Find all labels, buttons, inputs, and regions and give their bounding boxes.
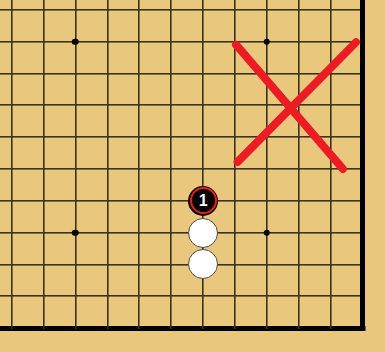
- star-point: [264, 38, 271, 45]
- board-point[interactable]: [91, 121, 123, 153]
- board-point[interactable]: [219, 153, 251, 185]
- star-point: [72, 229, 79, 236]
- board-point[interactable]: [315, 185, 347, 217]
- board-point[interactable]: [219, 280, 251, 312]
- board-point[interactable]: [283, 312, 315, 344]
- board-point[interactable]: [283, 57, 315, 89]
- board-point[interactable]: [28, 153, 60, 185]
- board-point[interactable]: [347, 89, 379, 121]
- board-point[interactable]: [0, 312, 28, 344]
- board-point[interactable]: [60, 57, 92, 89]
- board-point[interactable]: [28, 89, 60, 121]
- board-point[interactable]: [315, 217, 347, 249]
- board-point[interactable]: [28, 57, 60, 89]
- board-point[interactable]: [91, 89, 123, 121]
- board-point[interactable]: [60, 312, 92, 344]
- board-point[interactable]: [315, 280, 347, 312]
- board-point[interactable]: [60, 89, 92, 121]
- board-point[interactable]: [219, 185, 251, 217]
- board-point[interactable]: [28, 26, 60, 58]
- board-point[interactable]: [347, 0, 379, 26]
- board-point[interactable]: [0, 89, 28, 121]
- board-point[interactable]: [123, 121, 155, 153]
- star-point: [264, 229, 271, 236]
- board-point[interactable]: [251, 248, 283, 280]
- go-diagram: 1: [0, 0, 385, 352]
- board-point[interactable]: [28, 121, 60, 153]
- board-point[interactable]: [219, 121, 251, 153]
- board-point[interactable]: [347, 153, 379, 185]
- board-point[interactable]: [315, 57, 347, 89]
- board-point[interactable]: [91, 280, 123, 312]
- board-point[interactable]: [219, 26, 251, 58]
- board-point[interactable]: [155, 312, 187, 344]
- board-point[interactable]: [219, 248, 251, 280]
- board-point[interactable]: [187, 153, 219, 185]
- board-point[interactable]: [315, 26, 347, 58]
- board-point[interactable]: [60, 26, 92, 58]
- board-point[interactable]: [123, 185, 155, 217]
- board-point[interactable]: [219, 312, 251, 344]
- board-point[interactable]: [155, 26, 187, 58]
- board-point[interactable]: [28, 312, 60, 344]
- board-point[interactable]: [123, 312, 155, 344]
- board-point[interactable]: [91, 217, 123, 249]
- board-point[interactable]: [155, 248, 187, 280]
- board-point[interactable]: [251, 26, 283, 58]
- move-number-label: 1: [188, 186, 218, 216]
- board-point[interactable]: [347, 185, 379, 217]
- board-point[interactable]: [60, 280, 92, 312]
- white-stone: [188, 218, 218, 248]
- board-point[interactable]: [283, 121, 315, 153]
- board-point[interactable]: [155, 121, 187, 153]
- board-point[interactable]: [251, 121, 283, 153]
- board-point[interactable]: [187, 217, 219, 249]
- board-point[interactable]: [251, 57, 283, 89]
- board-point[interactable]: [187, 26, 219, 58]
- board-point[interactable]: [315, 121, 347, 153]
- board-point[interactable]: 1: [187, 185, 219, 217]
- board-point[interactable]: [155, 153, 187, 185]
- board-point[interactable]: [28, 0, 60, 26]
- board-point[interactable]: [347, 248, 379, 280]
- board-point[interactable]: [219, 0, 251, 26]
- board-point[interactable]: [60, 121, 92, 153]
- board-point[interactable]: [283, 217, 315, 249]
- board-point[interactable]: [123, 153, 155, 185]
- board-point[interactable]: [187, 248, 219, 280]
- board-point[interactable]: [155, 280, 187, 312]
- board-point[interactable]: [123, 217, 155, 249]
- board-point[interactable]: [0, 280, 28, 312]
- board-point[interactable]: [91, 0, 123, 26]
- board-point[interactable]: [123, 89, 155, 121]
- go-board: 1: [0, 0, 379, 344]
- board-point[interactable]: [28, 185, 60, 217]
- board-point[interactable]: [155, 185, 187, 217]
- board-point[interactable]: [60, 153, 92, 185]
- board-point[interactable]: [28, 248, 60, 280]
- board-point[interactable]: [91, 153, 123, 185]
- board-point[interactable]: [0, 185, 28, 217]
- board-point[interactable]: [219, 89, 251, 121]
- star-point: [72, 38, 79, 45]
- board-point[interactable]: [28, 280, 60, 312]
- board-point[interactable]: [91, 185, 123, 217]
- board-point[interactable]: [155, 89, 187, 121]
- board-point[interactable]: [155, 0, 187, 26]
- board-point[interactable]: [347, 280, 379, 312]
- board-point[interactable]: [0, 121, 28, 153]
- board-point[interactable]: [155, 57, 187, 89]
- board-point[interactable]: [0, 217, 28, 249]
- board-point[interactable]: [60, 0, 92, 26]
- board-point[interactable]: [251, 153, 283, 185]
- board-point[interactable]: [91, 248, 123, 280]
- board-point[interactable]: [315, 248, 347, 280]
- board-point[interactable]: [347, 26, 379, 58]
- board-point[interactable]: [123, 57, 155, 89]
- board-point[interactable]: [0, 57, 28, 89]
- board-point[interactable]: [187, 280, 219, 312]
- board-point[interactable]: [60, 217, 92, 249]
- board-point[interactable]: [155, 217, 187, 249]
- board-point[interactable]: [187, 121, 219, 153]
- board-point[interactable]: [187, 0, 219, 26]
- board-point[interactable]: [187, 57, 219, 89]
- board-point[interactable]: [91, 26, 123, 58]
- board-point[interactable]: [283, 280, 315, 312]
- board-point[interactable]: [251, 312, 283, 344]
- board-point[interactable]: [187, 312, 219, 344]
- board-point[interactable]: [315, 153, 347, 185]
- board-point[interactable]: [251, 185, 283, 217]
- board-point[interactable]: [60, 185, 92, 217]
- board-point[interactable]: [123, 280, 155, 312]
- board-point[interactable]: [283, 0, 315, 26]
- board-point[interactable]: [0, 153, 28, 185]
- board-point[interactable]: [0, 0, 28, 26]
- board-point[interactable]: [283, 26, 315, 58]
- board-point[interactable]: [315, 0, 347, 26]
- white-stone: [188, 249, 218, 279]
- board-point[interactable]: [123, 0, 155, 26]
- board-point[interactable]: [0, 26, 28, 58]
- board-point[interactable]: [91, 312, 123, 344]
- board-point[interactable]: [91, 57, 123, 89]
- board-point[interactable]: [251, 217, 283, 249]
- board-point[interactable]: [251, 0, 283, 26]
- board-point[interactable]: [347, 57, 379, 89]
- board-point[interactable]: [123, 248, 155, 280]
- board-point[interactable]: [347, 217, 379, 249]
- board-point[interactable]: [28, 217, 60, 249]
- board-point[interactable]: [315, 89, 347, 121]
- board-point[interactable]: [0, 248, 28, 280]
- board-point[interactable]: [60, 248, 92, 280]
- board-point[interactable]: [219, 57, 251, 89]
- board-point[interactable]: [315, 312, 347, 344]
- board-point[interactable]: [251, 280, 283, 312]
- board-point[interactable]: [283, 248, 315, 280]
- black-stone: 1: [188, 186, 218, 216]
- board-point[interactable]: [251, 89, 283, 121]
- board-point[interactable]: [123, 26, 155, 58]
- board-point[interactable]: [187, 89, 219, 121]
- board-point[interactable]: [283, 89, 315, 121]
- board-point[interactable]: [219, 217, 251, 249]
- board-point[interactable]: [283, 153, 315, 185]
- board-point[interactable]: [347, 121, 379, 153]
- board-point[interactable]: [283, 185, 315, 217]
- board-point[interactable]: [347, 312, 379, 344]
